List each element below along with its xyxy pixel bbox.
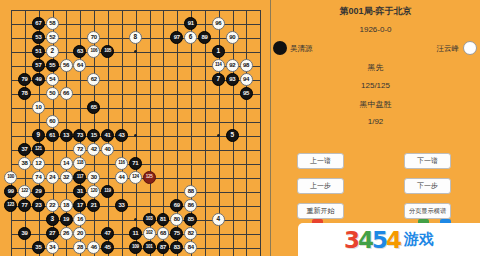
stone-white-58: 58 [46, 17, 59, 30]
stone-white-22: 22 [46, 199, 59, 212]
stone-white-62: 62 [87, 73, 100, 86]
stone-white-26: 26 [60, 227, 73, 240]
stone-white-46: 46 [87, 241, 100, 254]
stone-white-114: 114 [212, 59, 225, 72]
stone-white-68: 68 [157, 227, 170, 240]
logo-digit: 4 [358, 227, 372, 253]
stone-black-41: 41 [101, 129, 114, 142]
stone-black-57: 57 [32, 59, 45, 72]
stone-white-6: 6 [184, 31, 197, 44]
restart-button[interactable]: 重新开始 [297, 203, 344, 219]
stone-black-101: 101 [143, 241, 156, 254]
stone-white-74: 74 [32, 171, 45, 184]
stone-white-72: 72 [73, 143, 86, 156]
stone-white-14: 14 [60, 157, 73, 170]
stone-black-95: 95 [240, 87, 253, 100]
stone-white-12: 12 [32, 157, 45, 170]
stone-white-88: 88 [184, 185, 197, 198]
stone-black-77: 77 [18, 199, 31, 212]
logo-suffix: 游戏 [404, 230, 434, 249]
stone-black-125-current: 125 [143, 171, 156, 184]
stone-black-69: 69 [170, 199, 183, 212]
stone-white-60: 60 [46, 115, 59, 128]
stone-white-92: 92 [226, 59, 239, 72]
stone-black-51: 51 [32, 45, 45, 58]
stone-black-7: 7 [212, 73, 225, 86]
logo-tab-blue [440, 219, 451, 223]
stone-black-17: 17 [73, 199, 86, 212]
stone-black-31: 31 [73, 185, 86, 198]
stones-layer: 6758919653527089768990512631061051575556… [4, 3, 267, 256]
stone-white-64: 64 [73, 59, 86, 72]
stone-white-50: 50 [46, 87, 59, 100]
stone-black-87: 87 [157, 241, 170, 254]
stone-white-122: 122 [18, 185, 31, 198]
stone-black-121: 121 [32, 143, 45, 156]
stone-white-16: 16 [73, 213, 86, 226]
stone-black-29: 29 [32, 185, 45, 198]
logo-digit: 5 [372, 227, 386, 253]
stone-black-35: 35 [32, 241, 45, 254]
stone-black-85: 85 [184, 213, 197, 226]
stone-white-40: 40 [101, 143, 114, 156]
stone-black-103: 103 [143, 213, 156, 226]
stone-black-43: 43 [115, 129, 128, 142]
stone-black-13: 13 [60, 129, 73, 142]
stone-white-24: 24 [46, 171, 59, 184]
stone-black-1: 1 [212, 45, 225, 58]
logo-digit: 4 [386, 227, 400, 253]
stone-black-97: 97 [170, 31, 183, 44]
stone-black-55: 55 [46, 59, 59, 72]
stone-white-20: 20 [73, 227, 86, 240]
stone-black-53: 53 [32, 31, 45, 44]
stone-black-5: 5 [226, 129, 239, 142]
stone-white-102: 102 [143, 227, 156, 240]
stone-black-117: 117 [73, 171, 86, 184]
stone-black-99: 99 [4, 185, 17, 198]
stone-black-39: 39 [18, 227, 31, 240]
stone-white-86: 86 [184, 199, 197, 212]
stone-white-118: 118 [73, 157, 86, 170]
stone-white-38: 38 [18, 157, 31, 170]
stone-white-56: 56 [60, 59, 73, 72]
stone-white-94: 94 [240, 73, 253, 86]
3454-games-logo: 3454 游戏 [298, 223, 480, 256]
stone-black-19: 19 [60, 213, 73, 226]
stone-black-11: 11 [129, 227, 142, 240]
stone-black-67: 67 [32, 17, 45, 30]
stone-black-79: 79 [18, 73, 31, 86]
stone-white-2: 2 [46, 45, 59, 58]
stone-black-21: 21 [87, 199, 100, 212]
logo-tab-green [418, 219, 429, 223]
stone-black-93: 93 [226, 73, 239, 86]
stone-white-84: 84 [184, 241, 197, 254]
stone-white-66: 66 [60, 87, 73, 100]
stone-black-73: 73 [73, 129, 86, 142]
stone-white-32: 32 [60, 171, 73, 184]
stone-white-18: 18 [60, 199, 73, 212]
stone-black-119: 119 [101, 185, 114, 198]
stone-white-42: 42 [87, 143, 100, 156]
stone-black-61: 61 [46, 129, 59, 142]
stone-white-116: 116 [115, 157, 128, 170]
stone-white-90: 90 [226, 31, 239, 44]
stone-white-124: 124 [129, 171, 142, 184]
prev-step-button[interactable]: 上一步 [297, 178, 344, 194]
stone-black-37: 37 [18, 143, 31, 156]
stone-white-52: 52 [46, 31, 59, 44]
logo-tab-red [312, 219, 323, 223]
stone-black-71: 71 [129, 157, 142, 170]
paged-view-button[interactable]: 分页显示横谱 [404, 203, 451, 219]
next-record-button[interactable]: 下一谱 [404, 153, 451, 169]
stone-black-33: 33 [115, 199, 128, 212]
result-label: 黑中盘胜 [271, 99, 480, 110]
black-player-name: 吴清源 [290, 44, 313, 54]
stone-black-105: 105 [101, 45, 114, 58]
stone-black-23: 23 [32, 199, 45, 212]
game-title: 第001局-弈于北京 [271, 5, 480, 18]
stone-black-9: 9 [32, 129, 45, 142]
stone-white-28: 28 [73, 241, 86, 254]
stone-white-82: 82 [184, 227, 197, 240]
stone-white-120: 120 [87, 185, 100, 198]
white-stone-icon [463, 41, 477, 55]
go-kifu-app: 6758919653527089768990512631061051575556… [0, 0, 480, 256]
stone-white-8: 8 [129, 31, 142, 44]
stone-black-3: 3 [46, 213, 59, 226]
stone-white-30: 30 [87, 171, 100, 184]
stone-white-10: 10 [32, 101, 45, 114]
stone-white-106: 106 [87, 45, 100, 58]
turn-label: 黑先 [271, 62, 480, 73]
stone-black-78: 78 [18, 87, 31, 100]
stone-black-89: 89 [198, 31, 211, 44]
stone-white-100: 100 [4, 171, 17, 184]
stone-black-123: 123 [4, 199, 17, 212]
stone-black-109: 109 [129, 241, 142, 254]
stone-black-49: 49 [32, 73, 45, 86]
stone-white-34: 34 [46, 241, 59, 254]
info-panel: 第001局-弈于北京 1926-0-0 吴清源 汪云峰 黑先 125/125 黑… [271, 0, 480, 256]
stone-black-91: 91 [184, 17, 197, 30]
black-stone-icon [273, 41, 287, 55]
stone-black-65: 65 [87, 101, 100, 114]
stone-white-80: 80 [170, 213, 183, 226]
stone-white-4: 4 [212, 213, 225, 226]
stone-white-54: 54 [46, 73, 59, 86]
stone-black-63: 63 [73, 45, 86, 58]
go-board[interactable]: 6758919653527089768990512631061051575556… [0, 0, 270, 256]
next-step-button[interactable]: 下一步 [404, 178, 451, 194]
stone-black-81: 81 [157, 213, 170, 226]
stone-black-47: 47 [101, 227, 114, 240]
page-indicator: 1/92 [271, 117, 480, 126]
stone-white-70: 70 [87, 31, 100, 44]
stone-white-96: 96 [212, 17, 225, 30]
stone-white-98: 98 [240, 59, 253, 72]
logo-digit: 3 [344, 227, 358, 253]
logo-digits: 3454 [344, 227, 400, 253]
stone-black-15: 15 [87, 129, 100, 142]
stone-white-44: 44 [115, 171, 128, 184]
stone-black-75: 75 [170, 227, 183, 240]
stone-black-27: 27 [46, 227, 59, 240]
move-counter: 125/125 [271, 81, 480, 90]
white-player-name: 汪云峰 [437, 44, 460, 54]
prev-record-button[interactable]: 上一谱 [297, 153, 344, 169]
game-date: 1926-0-0 [271, 25, 480, 34]
stone-black-83: 83 [170, 241, 183, 254]
stone-black-45: 45 [101, 241, 114, 254]
